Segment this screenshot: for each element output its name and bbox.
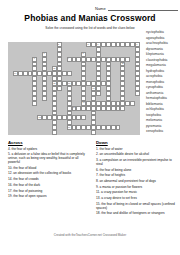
- grid-cell-empty[interactable]: [96, 91, 101, 96]
- grid-cell-empty[interactable]: [81, 115, 86, 120]
- clue-number: 2: [58, 43, 59, 45]
- clue-item-8: 8. an abnormal and persistent fear of do…: [96, 180, 177, 184]
- clue-number: 3: [136, 43, 137, 45]
- word-bank-list: nyctophobiaagoraphobiaarachnophobiadipso…: [146, 30, 179, 135]
- clue-item-12: 12. an obsession with the collecting of …: [8, 172, 91, 176]
- clue-item-17: 17. the fear of poisoning: [8, 190, 91, 194]
- clue-number: 11: [122, 62, 124, 64]
- clue-number: 10: [14, 72, 16, 74]
- grid-cell-empty[interactable]: [42, 96, 47, 101]
- footer-credit: Created with theTeachersCorner.net Cross…: [0, 233, 180, 237]
- name-label: Name: [95, 6, 106, 11]
- name-blank-line[interactable]: [108, 6, 178, 11]
- clue-number: 14: [83, 101, 85, 103]
- grid-cell-empty[interactable]: [52, 130, 57, 135]
- page-title: Phobias and Manias Crossword: [0, 13, 180, 23]
- clue-number: 9: [107, 57, 108, 59]
- grid-cell-empty[interactable]: [116, 125, 121, 130]
- clue-item-14: 14. the fear of crowds: [8, 178, 91, 182]
- clue-item-10: 10. the fear of blood: [8, 167, 91, 171]
- clue-item-15: 15. the fear of being in closed or small…: [96, 203, 177, 211]
- clue-number: 7: [43, 52, 44, 54]
- clue-item-2: 2. an uncontrollable desire for alcohol: [96, 153, 177, 157]
- clue-number: 5: [87, 43, 88, 45]
- clue-number: 4: [68, 57, 69, 59]
- across-heading: Across: [8, 140, 91, 145]
- across-clues-section: Across 4. the fear of spiders5. a delusi…: [8, 140, 91, 201]
- clue-item-16: 16. the fear of the dark: [8, 184, 91, 188]
- clue-number: 6: [34, 57, 35, 59]
- clue-item-7: 7. the fear of heights: [96, 174, 177, 178]
- grid-cell-blocked: [135, 130, 140, 135]
- clue-item-18: 18. the fear and dislike of foreigners o…: [96, 212, 177, 216]
- crossword-board: 25137864911151012131814161719: [8, 42, 140, 135]
- clue-item-5: 5. a delusion or a false idea or belief …: [8, 153, 91, 165]
- down-clue-list: 1. the fear of water2. an uncontrollable…: [96, 148, 177, 217]
- down-heading: Down: [96, 140, 177, 145]
- grid-cell-empty[interactable]: [67, 71, 72, 76]
- grid-cell-empty[interactable]: [91, 130, 96, 135]
- grid-cell-empty[interactable]: [57, 86, 62, 91]
- clue-number: 15: [53, 67, 55, 69]
- clue-number: 12: [53, 82, 55, 84]
- clue-item-11: 11. a crazy passion for music: [96, 191, 177, 195]
- down-clues-section: Down 1. the fear of water2. an uncontrol…: [96, 140, 177, 218]
- grid-cell-empty[interactable]: [130, 101, 135, 106]
- clue-item-4: 4. the fear of spiders: [8, 148, 91, 152]
- across-clue-list: 4. the fear of spiders5. a delusion or a…: [8, 148, 91, 200]
- name-field-row: Name: [95, 6, 178, 11]
- grid-cell-empty[interactable]: [32, 101, 37, 106]
- clue-item-19: 19. the fear of open spaces: [8, 195, 91, 199]
- clue-number: 8: [83, 52, 84, 54]
- clue-item-6: 6. the fear of being alone: [96, 169, 177, 173]
- clue-item-13: 13. a crazy desire to set fires: [96, 197, 177, 201]
- clue-item-9: 9. a mania or passion for flowers: [96, 186, 177, 190]
- clue-number: 13: [68, 82, 70, 84]
- clue-number: 19: [68, 126, 70, 128]
- clue-number: 18: [92, 87, 94, 89]
- grid-cell-empty[interactable]: [120, 106, 125, 111]
- word-bank-item: xenophobia: [146, 129, 179, 135]
- clue-item-1: 1. the fear of water: [96, 148, 177, 152]
- grid-cell-empty[interactable]: [125, 57, 130, 62]
- clue-number: 1: [97, 43, 98, 45]
- clue-number: 16: [73, 106, 75, 108]
- page-subtitle: Solve the crossword using the list of wo…: [0, 26, 180, 30]
- clue-number: 17: [39, 116, 41, 118]
- clue-item-3: 3. a compulsion or an irresistible persi…: [96, 159, 177, 167]
- grid-cell-empty[interactable]: [135, 91, 140, 96]
- worksheet-page: { "game": "crossword", "header": { "name…: [0, 0, 180, 255]
